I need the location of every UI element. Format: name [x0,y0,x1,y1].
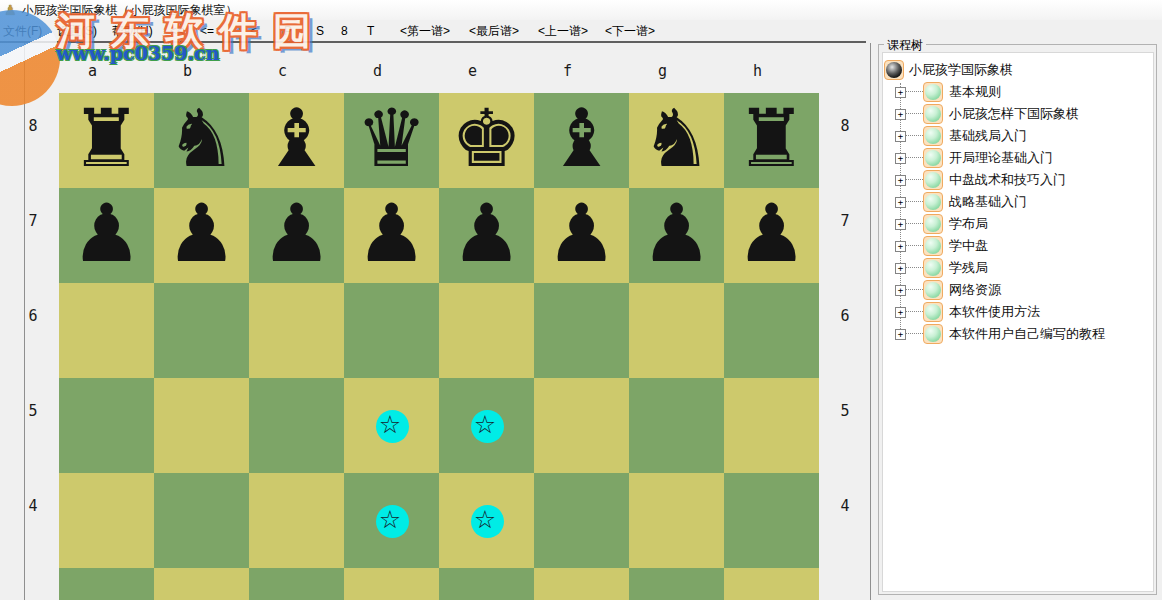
square-h4[interactable] [724,473,819,568]
rank-label-left-5: 5 [22,402,44,420]
file-label-e: e [425,62,520,80]
square-d5[interactable]: ☆ [344,378,439,473]
lesson-node-icon [923,258,943,278]
lesson-node-icon [923,280,943,300]
square-e7[interactable]: ♟ [439,188,534,283]
square-e6[interactable] [439,283,534,378]
tree-item-10[interactable]: +网络资源 [883,279,1153,301]
tree-item-label: 学布局 [949,215,988,233]
square-c6[interactable] [249,283,344,378]
lesson-node-icon [923,192,943,212]
course-tree: 小屁孩学国际象棋+基本规则+小屁孩怎样下国际象棋+基础残局入门+开局理论基础入门… [882,52,1154,592]
tree-connector [906,113,923,115]
rank-label-right-6: 6 [834,307,856,325]
square-b5[interactable] [154,378,249,473]
star-icon: ☆ [474,412,496,437]
toolbar-button-step-rewind[interactable]: <= [200,20,214,42]
lesson-node-icon [923,236,943,256]
tree-item-label: 战略基础入门 [949,193,1027,211]
square-d3[interactable] [344,568,439,600]
square-a5[interactable] [59,378,154,473]
toolbar-button-p[interactable]: P [284,20,292,42]
square-d6[interactable] [344,283,439,378]
square-c7[interactable]: ♟ [249,188,344,283]
expand-plus-icon[interactable]: + [895,241,906,252]
toolbar-button-next-move[interactable]: <下一谱> [605,20,655,42]
square-g3[interactable] [629,568,724,600]
tree-item-11[interactable]: +本软件使用方法 [883,301,1153,323]
toolbar-button-first-move[interactable]: <第一谱> [400,20,450,42]
tree-item-6[interactable]: +战略基础入门 [883,191,1153,213]
menu-item-file[interactable]: 文件(F) [3,20,42,42]
title-bar: ♟ 小屁孩学国际象棋（小屁孩国际象棋室） [0,0,1162,20]
square-f6[interactable] [534,283,629,378]
square-g6[interactable] [629,283,724,378]
black-pawn-f7: ♟ [534,188,629,283]
tree-item-label: 本软件使用方法 [949,303,1040,321]
lesson-node-icon [923,170,943,190]
expand-plus-icon[interactable]: + [895,109,906,120]
tree-item-5[interactable]: +中盘战术和技巧入门 [883,169,1153,191]
square-c3[interactable] [249,568,344,600]
square-d7[interactable]: ♟ [344,188,439,283]
menu-bar: 文件(F)设置(S)帮助(H)<<<=<PS8T<第一谱><最后谱><上一谱><… [0,20,1162,42]
tree-item-4[interactable]: +开局理论基础入门 [883,147,1153,169]
tree-item-1[interactable]: +基本规则 [883,81,1153,103]
panel-divider [870,43,871,600]
file-label-c: c [235,62,330,80]
menu-item-help[interactable]: 帮助(H) [112,20,153,42]
toolbar-button-fast-rewind[interactable]: << [170,20,184,42]
black-rook-h8: ♜ [724,93,819,188]
expand-plus-icon[interactable]: + [895,285,906,296]
black-pawn-e7: ♟ [439,188,534,283]
tree-item-label: 基本规则 [949,83,1001,101]
square-g7[interactable]: ♟ [629,188,724,283]
tree-connector [906,179,923,181]
tree-connector [906,333,923,335]
square-h5[interactable] [724,378,819,473]
square-c8[interactable]: ♝ [249,93,344,188]
rank-label-left-8: 8 [22,117,44,135]
highlight-star-e5: ☆ [471,410,504,443]
black-king-e8: ♚ [439,93,534,188]
black-bishop-c8: ♝ [249,93,344,188]
rank-label-right-7: 7 [834,212,856,230]
file-label-g: g [615,62,710,80]
tree-connector [906,245,923,247]
square-e8[interactable]: ♚ [439,93,534,188]
square-e4[interactable]: ☆ [439,473,534,568]
square-g4[interactable] [629,473,724,568]
tree-item-12[interactable]: +本软件用户自己编写的教程 [883,323,1153,345]
chess-board: ♜♞♝♛♚♝♞♜♟♟♟♟♟♟♟♟☆☆☆☆ [59,93,819,600]
expand-plus-icon[interactable]: + [895,175,906,186]
highlight-star-d5: ☆ [376,410,409,443]
lesson-node-icon [923,104,943,124]
square-h8[interactable]: ♜ [724,93,819,188]
tree-item-label: 学中盘 [949,237,988,255]
square-a7[interactable]: ♟ [59,188,154,283]
lesson-node-icon [923,126,943,146]
black-rook-a8: ♜ [59,93,154,188]
square-a3[interactable] [59,568,154,600]
lesson-node-icon [923,82,943,102]
square-g5[interactable] [629,378,724,473]
toolbar-button-rewind[interactable]: < [250,20,257,42]
tree-root-item[interactable]: 小屁孩学国际象棋 [883,59,1153,81]
course-tree-panel: 课程树 小屁孩学国际象棋+基本规则+小屁孩怎样下国际象棋+基础残局入门+开局理论… [878,44,1157,595]
black-bishop-f8: ♝ [534,93,629,188]
star-icon: ☆ [474,507,496,532]
panel-top-border [0,41,866,43]
square-f4[interactable] [534,473,629,568]
highlight-star-e4: ☆ [471,505,504,538]
board-grid: ♜♞♝♛♚♝♞♜♟♟♟♟♟♟♟♟☆☆☆☆ [59,93,819,600]
square-f8[interactable]: ♝ [534,93,629,188]
square-e5[interactable]: ☆ [439,378,534,473]
tree-item-label: 开局理论基础入门 [949,149,1053,167]
lesson-node-icon [923,148,943,168]
expand-plus-icon[interactable]: + [895,87,906,98]
square-h7[interactable]: ♟ [724,188,819,283]
square-e3[interactable] [439,568,534,600]
tree-connector [906,157,923,159]
toolbar-button-last-move[interactable]: <最后谱> [469,20,519,42]
square-a4[interactable] [59,473,154,568]
black-pawn-h7: ♟ [724,188,819,283]
square-b8[interactable]: ♞ [154,93,249,188]
square-f7[interactable]: ♟ [534,188,629,283]
tree-connector [906,311,923,313]
square-h6[interactable] [724,283,819,378]
window-title: 小屁孩学国际象棋（小屁孩国际象棋室） [22,2,238,19]
file-label-f: f [520,62,615,80]
square-c4[interactable] [249,473,344,568]
square-a6[interactable] [59,283,154,378]
tree-item-label: 学残局 [949,259,988,277]
file-label-d: d [330,62,425,80]
tree-connector [906,289,923,291]
rank-label-left-7: 7 [22,212,44,230]
tree-connector [906,91,923,93]
file-label-b: b [140,62,235,80]
square-b7[interactable]: ♟ [154,188,249,283]
square-b6[interactable] [154,283,249,378]
black-pawn-a7: ♟ [59,188,154,283]
square-f3[interactable] [534,568,629,600]
tree-item-8[interactable]: +学中盘 [883,235,1153,257]
lesson-node-icon [923,214,943,234]
black-pawn-d7: ♟ [344,188,439,283]
expand-plus-icon[interactable]: + [895,307,906,318]
rank-label-right-5: 5 [834,402,856,420]
expand-plus-icon[interactable]: + [895,153,906,164]
tree-root-label: 小屁孩学国际象棋 [909,61,1013,79]
black-knight-b8: ♞ [154,93,249,188]
file-label-a: a [45,62,140,80]
tree-item-label: 小屁孩怎样下国际象棋 [949,105,1079,123]
square-c5[interactable] [249,378,344,473]
square-b3[interactable] [154,568,249,600]
app-chess-icon: ♟ [4,3,17,17]
tree-item-2[interactable]: +小屁孩怎样下国际象棋 [883,103,1153,125]
watermark-site-url: www.pc0359.cn [56,42,220,64]
square-a8[interactable]: ♜ [59,93,154,188]
toolbar-button-s[interactable]: S [316,20,324,42]
square-f5[interactable] [534,378,629,473]
black-knight-g8: ♞ [629,93,724,188]
tree-connector [906,201,923,203]
tree-item-label: 中盘战术和技巧入门 [949,171,1066,189]
black-pawn-b7: ♟ [154,188,249,283]
lesson-node-icon [923,302,943,322]
tree-item-9[interactable]: +学残局 [883,257,1153,279]
star-icon: ☆ [379,507,401,532]
tree-connector [906,135,923,137]
expand-plus-icon[interactable]: + [895,219,906,230]
tree-connector [906,223,923,225]
square-d4[interactable]: ☆ [344,473,439,568]
highlight-star-d4: ☆ [376,505,409,538]
lesson-node-icon [923,324,943,344]
root-node-icon [884,60,904,80]
black-queen-d8: ♛ [344,93,439,188]
menu-item-settings[interactable]: 设置(S) [57,20,97,42]
file-label-h: h [710,62,805,80]
expand-plus-icon[interactable]: + [895,263,906,274]
rank-label-right-8: 8 [834,117,856,135]
tree-item-7[interactable]: +学布局 [883,213,1153,235]
square-d8[interactable]: ♛ [344,93,439,188]
square-h3[interactable] [724,568,819,600]
toolbar-button-eight[interactable]: 8 [341,20,348,42]
toolbar-button-prev-move[interactable]: <上一谱> [538,20,588,42]
tree-item-label: 本软件用户自己编写的教程 [949,325,1105,343]
toolbar-button-t[interactable]: T [367,20,374,42]
rank-label-left-6: 6 [22,307,44,325]
rank-label-left-4: 4 [22,497,44,515]
tree-item-label: 基础残局入门 [949,127,1027,145]
tree-item-3[interactable]: +基础残局入门 [883,125,1153,147]
tree-connector [906,267,923,269]
expand-plus-icon[interactable]: + [895,197,906,208]
black-pawn-g7: ♟ [629,188,724,283]
expand-plus-icon[interactable]: + [895,131,906,142]
star-icon: ☆ [379,412,401,437]
tree-item-label: 网络资源 [949,281,1001,299]
rank-label-right-4: 4 [834,497,856,515]
expand-plus-icon[interactable]: + [895,329,906,340]
square-g8[interactable]: ♞ [629,93,724,188]
black-pawn-c7: ♟ [249,188,344,283]
square-b4[interactable] [154,473,249,568]
